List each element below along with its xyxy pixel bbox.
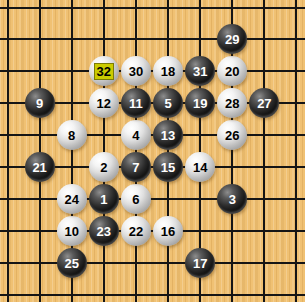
grid-line-horizontal: [0, 38, 305, 40]
grid-line-horizontal: [0, 294, 305, 296]
stone-number: 29: [225, 33, 239, 46]
stone-number: 5: [164, 97, 171, 110]
grid-line-horizontal: [0, 262, 305, 264]
stone-number: 7: [132, 161, 139, 174]
stone-1-black: 1: [89, 184, 119, 214]
stone-number: 21: [32, 161, 46, 174]
stone-number: 27: [257, 97, 271, 110]
stone-number: 28: [225, 97, 239, 110]
stone-10-white: 10: [57, 216, 87, 246]
stone-16-white: 16: [153, 216, 183, 246]
stone-number: 26: [225, 129, 239, 142]
stone-number: 11: [129, 97, 143, 110]
stone-13-black: 13: [153, 120, 183, 150]
stone-number: 22: [129, 225, 143, 238]
stone-14-white: 14: [185, 152, 215, 182]
stone-19-black: 19: [185, 88, 215, 118]
stone-number: 20: [225, 65, 239, 78]
stone-22-white: 22: [121, 216, 151, 246]
stone-4-white: 4: [121, 120, 151, 150]
stone-number: 4: [132, 129, 139, 142]
stone-number: 16: [161, 225, 175, 238]
stone-number: 12: [97, 97, 111, 110]
grid-line-vertical: [263, 0, 265, 302]
stone-20-white: 20: [217, 56, 247, 86]
stone-2-white: 2: [89, 152, 119, 182]
stone-number: 8: [68, 129, 75, 142]
stone-18-white: 18: [153, 56, 183, 86]
stone-number: 6: [132, 193, 139, 206]
stone-21-black: 21: [25, 152, 55, 182]
stone-number: 19: [193, 97, 207, 110]
grid-line-vertical: [295, 0, 297, 302]
stone-12-white: 12: [89, 88, 119, 118]
grid-line-vertical: [103, 0, 105, 302]
last-move-number-highlight: 32: [94, 63, 114, 80]
stone-number: 9: [36, 97, 43, 110]
grid-line-horizontal: [0, 198, 305, 200]
stone-number: 10: [64, 225, 78, 238]
stone-number: 30: [129, 65, 143, 78]
stone-15-black: 15: [153, 152, 183, 182]
stone-6-white: 6: [121, 184, 151, 214]
stone-number: 14: [193, 161, 207, 174]
stone-number: 18: [161, 65, 175, 78]
grid-line-horizontal: [0, 7, 305, 9]
stone-25-black: 25: [57, 248, 87, 278]
grid-line-vertical: [167, 0, 169, 302]
stone-number: 17: [193, 257, 207, 270]
stone-number: 23: [97, 225, 111, 238]
stone-27-black: 27: [249, 88, 279, 118]
stone-number: 15: [161, 161, 175, 174]
stone-26-white: 26: [217, 120, 247, 150]
stone-8-white: 8: [57, 120, 87, 150]
stone-17-black: 17: [185, 248, 215, 278]
stone-number: 2: [100, 161, 107, 174]
stone-3-black: 3: [217, 184, 247, 214]
stone-number: 1: [100, 193, 107, 206]
stone-23-black: 23: [89, 216, 119, 246]
gomoku-board[interactable]: 1234567891011121314151617181920212223242…: [0, 0, 305, 302]
grid-line-vertical: [39, 0, 41, 302]
stone-5-black: 5: [153, 88, 183, 118]
stone-9-black: 9: [25, 88, 55, 118]
stone-11-black: 11: [121, 88, 151, 118]
stone-31-black: 31: [185, 56, 215, 86]
stone-number: 13: [161, 129, 175, 142]
stone-28-white: 28: [217, 88, 247, 118]
stone-30-white: 30: [121, 56, 151, 86]
stone-number: 25: [64, 257, 78, 270]
grid-line-vertical: [7, 0, 9, 302]
stone-32-white: 32: [89, 56, 119, 86]
stone-29-black: 29: [217, 24, 247, 54]
stone-number: 31: [193, 65, 207, 78]
grid-line-vertical: [135, 0, 137, 302]
stone-number: 3: [229, 193, 236, 206]
stone-7-black: 7: [121, 152, 151, 182]
stone-24-white: 24: [57, 184, 87, 214]
stone-number: 24: [64, 193, 78, 206]
